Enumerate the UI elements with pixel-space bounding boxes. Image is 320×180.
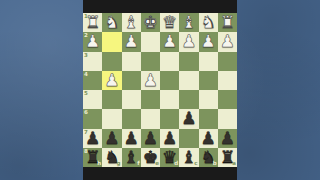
square-d3[interactable] <box>160 52 179 71</box>
chess-board: 1♜♞♝♚♛♝♞♜2♟♟♟♟♟♟34♟♟56♟7♟♟♟♟♟♟♟8h♜g♞f♝e♚… <box>83 13 237 167</box>
square-d1[interactable]: ♛ <box>160 13 179 32</box>
square-f3[interactable] <box>122 52 141 71</box>
white-king: ♚ <box>143 14 158 31</box>
square-h8[interactable]: 8h♜ <box>83 148 102 167</box>
square-b6[interactable] <box>199 109 218 128</box>
square-a7[interactable]: ♟ <box>218 129 237 148</box>
white-pawn: ♟ <box>201 33 216 50</box>
black-pawn: ♟ <box>220 130 235 147</box>
file-label-f: f <box>137 161 139 167</box>
square-d2[interactable]: ♟ <box>160 32 179 51</box>
white-pawn: ♟ <box>143 72 158 89</box>
app-background: 1♜♞♝♚♛♝♞♜2♟♟♟♟♟♟34♟♟56♟7♟♟♟♟♟♟♟8h♜g♞f♝e♚… <box>0 0 320 180</box>
white-pawn: ♟ <box>181 33 196 50</box>
file-label-g: g <box>117 161 121 167</box>
white-pawn: ♟ <box>220 33 235 50</box>
square-e4[interactable]: ♟ <box>141 71 160 90</box>
square-e8[interactable]: e♚ <box>141 148 160 167</box>
square-a3[interactable] <box>218 52 237 71</box>
file-label-a: a <box>232 161 236 167</box>
rank-label-5: 5 <box>84 91 88 97</box>
white-knight: ♞ <box>201 14 216 31</box>
square-e3[interactable] <box>141 52 160 71</box>
square-a6[interactable] <box>218 109 237 128</box>
white-pawn: ♟ <box>124 33 139 50</box>
rank-label-2: 2 <box>84 33 88 39</box>
rank-label-8: 8 <box>84 149 88 155</box>
square-b5[interactable] <box>199 90 218 109</box>
square-h4[interactable]: 4 <box>83 71 102 90</box>
square-h1[interactable]: 1♜ <box>83 13 102 32</box>
rank-label-1: 1 <box>84 14 88 20</box>
square-g8[interactable]: g♞ <box>102 148 121 167</box>
square-d8[interactable]: d♛ <box>160 148 179 167</box>
square-a4[interactable] <box>218 71 237 90</box>
square-h7[interactable]: 7♟ <box>83 129 102 148</box>
black-pawn: ♟ <box>104 130 119 147</box>
white-queen: ♛ <box>162 14 177 31</box>
square-f6[interactable] <box>122 109 141 128</box>
square-h6[interactable]: 6 <box>83 109 102 128</box>
square-a8[interactable]: a♜ <box>218 148 237 167</box>
square-f7[interactable]: ♟ <box>122 129 141 148</box>
black-pawn: ♟ <box>162 130 177 147</box>
square-e1[interactable]: ♚ <box>141 13 160 32</box>
square-f2[interactable]: ♟ <box>122 32 141 51</box>
square-b1[interactable]: ♞ <box>199 13 218 32</box>
rank-label-7: 7 <box>84 130 88 136</box>
square-c6[interactable]: ♟ <box>179 109 198 128</box>
square-d5[interactable] <box>160 90 179 109</box>
square-c2[interactable]: ♟ <box>179 32 198 51</box>
file-label-c: c <box>194 161 197 167</box>
square-a1[interactable]: ♜ <box>218 13 237 32</box>
white-pawn: ♟ <box>104 72 119 89</box>
rank-label-3: 3 <box>84 53 88 59</box>
square-f8[interactable]: f♝ <box>122 148 141 167</box>
square-c3[interactable] <box>179 52 198 71</box>
white-pawn: ♟ <box>162 33 177 50</box>
white-rook: ♜ <box>220 14 235 31</box>
square-e5[interactable] <box>141 90 160 109</box>
square-h3[interactable]: 3 <box>83 52 102 71</box>
square-b7[interactable]: ♟ <box>199 129 218 148</box>
square-g4[interactable]: ♟ <box>102 71 121 90</box>
square-a5[interactable] <box>218 90 237 109</box>
black-pawn: ♟ <box>143 130 158 147</box>
square-d7[interactable]: ♟ <box>160 129 179 148</box>
square-f5[interactable] <box>122 90 141 109</box>
video-letterbox-column: 1♜♞♝♚♛♝♞♜2♟♟♟♟♟♟34♟♟56♟7♟♟♟♟♟♟♟8h♜g♞f♝e♚… <box>83 0 237 180</box>
white-knight: ♞ <box>104 14 119 31</box>
square-h5[interactable]: 5 <box>83 90 102 109</box>
square-d6[interactable] <box>160 109 179 128</box>
square-c4[interactable] <box>179 71 198 90</box>
square-g3[interactable] <box>102 52 121 71</box>
square-b3[interactable] <box>199 52 218 71</box>
rank-label-4: 4 <box>84 72 88 78</box>
square-d4[interactable] <box>160 71 179 90</box>
square-f4[interactable] <box>122 71 141 90</box>
square-b4[interactable] <box>199 71 218 90</box>
square-g7[interactable]: ♟ <box>102 129 121 148</box>
file-label-d: d <box>174 161 178 167</box>
square-c7[interactable] <box>179 129 198 148</box>
black-pawn: ♟ <box>181 110 196 127</box>
square-e7[interactable]: ♟ <box>141 129 160 148</box>
file-label-e: e <box>155 161 159 167</box>
square-b8[interactable]: b♞ <box>199 148 218 167</box>
square-f1[interactable]: ♝ <box>122 13 141 32</box>
square-e6[interactable] <box>141 109 160 128</box>
square-g2[interactable] <box>102 32 121 51</box>
square-c8[interactable]: c♝ <box>179 148 198 167</box>
square-a2[interactable]: ♟ <box>218 32 237 51</box>
square-b2[interactable]: ♟ <box>199 32 218 51</box>
square-g6[interactable] <box>102 109 121 128</box>
file-label-h: h <box>97 161 101 167</box>
square-g5[interactable] <box>102 90 121 109</box>
rank-label-6: 6 <box>84 110 88 116</box>
square-e2[interactable] <box>141 32 160 51</box>
square-g1[interactable]: ♞ <box>102 13 121 32</box>
white-bishop: ♝ <box>124 14 139 31</box>
square-c5[interactable] <box>179 90 198 109</box>
square-c1[interactable]: ♝ <box>179 13 198 32</box>
square-h2[interactable]: 2♟ <box>83 32 102 51</box>
black-pawn: ♟ <box>124 130 139 147</box>
file-label-b: b <box>213 161 217 167</box>
white-bishop: ♝ <box>181 14 196 31</box>
black-pawn: ♟ <box>201 130 216 147</box>
